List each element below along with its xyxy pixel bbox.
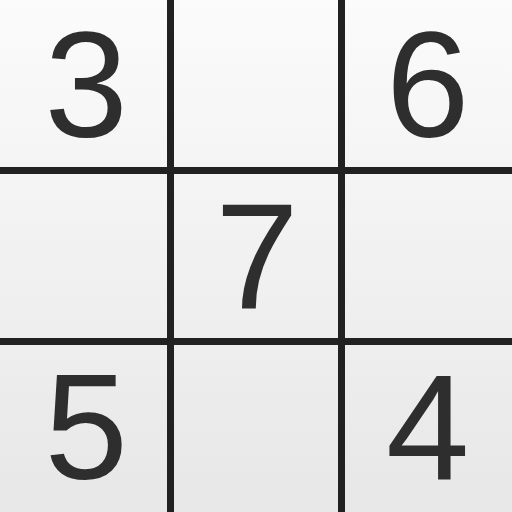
cell-digit: 4 <box>386 352 467 502</box>
sudoku-cells: 3 6 7 5 4 <box>0 0 512 512</box>
cell-digit: 3 <box>45 10 126 160</box>
grid-line-vertical-1 <box>167 0 174 512</box>
cell-r2c1[interactable] <box>171 341 342 512</box>
cell-digit: 6 <box>386 10 467 160</box>
grid-line-horizontal-1 <box>0 167 512 174</box>
cell-r0c0[interactable]: 3 <box>0 0 171 171</box>
cell-r1c2[interactable] <box>341 171 512 342</box>
cell-r2c0[interactable]: 5 <box>0 341 171 512</box>
sudoku-board: 3 6 7 5 4 <box>0 0 512 512</box>
cell-r1c1[interactable]: 7 <box>171 171 342 342</box>
grid-line-vertical-2 <box>338 0 345 512</box>
grid-line-horizontal-2 <box>0 338 512 345</box>
cell-digit: 7 <box>215 181 296 331</box>
cell-digit: 5 <box>45 352 126 502</box>
cell-r1c0[interactable] <box>0 171 171 342</box>
cell-r0c2[interactable]: 6 <box>341 0 512 171</box>
cell-r2c2[interactable]: 4 <box>341 341 512 512</box>
cell-r0c1[interactable] <box>171 0 342 171</box>
